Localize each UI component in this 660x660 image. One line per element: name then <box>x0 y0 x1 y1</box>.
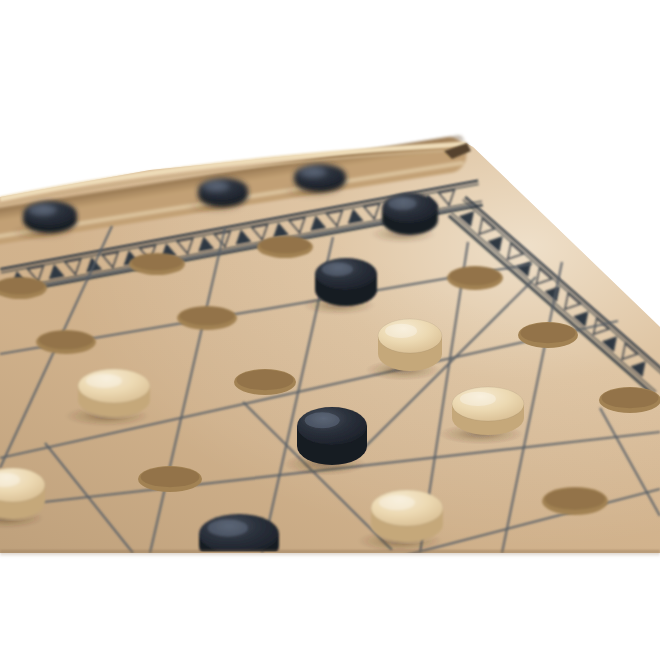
piece-white-r4c1[interactable] <box>0 468 45 529</box>
photo-stage <box>0 0 660 660</box>
board-near-edge-shadow <box>0 550 660 557</box>
hole-r5c3[interactable] <box>542 487 608 515</box>
hole-r2c4[interactable] <box>447 266 503 290</box>
hole-r2c2[interactable] <box>177 306 237 330</box>
hole-r4c5[interactable] <box>599 387 660 413</box>
hole-r4c2[interactable] <box>138 466 202 492</box>
hole-r2c1[interactable] <box>36 330 96 354</box>
hole-r3c2[interactable] <box>234 369 296 395</box>
hole-r3c4[interactable] <box>518 322 578 348</box>
hole-r1c2[interactable] <box>129 253 185 275</box>
board-photo <box>0 0 660 660</box>
hole-r1c3[interactable] <box>257 236 313 258</box>
